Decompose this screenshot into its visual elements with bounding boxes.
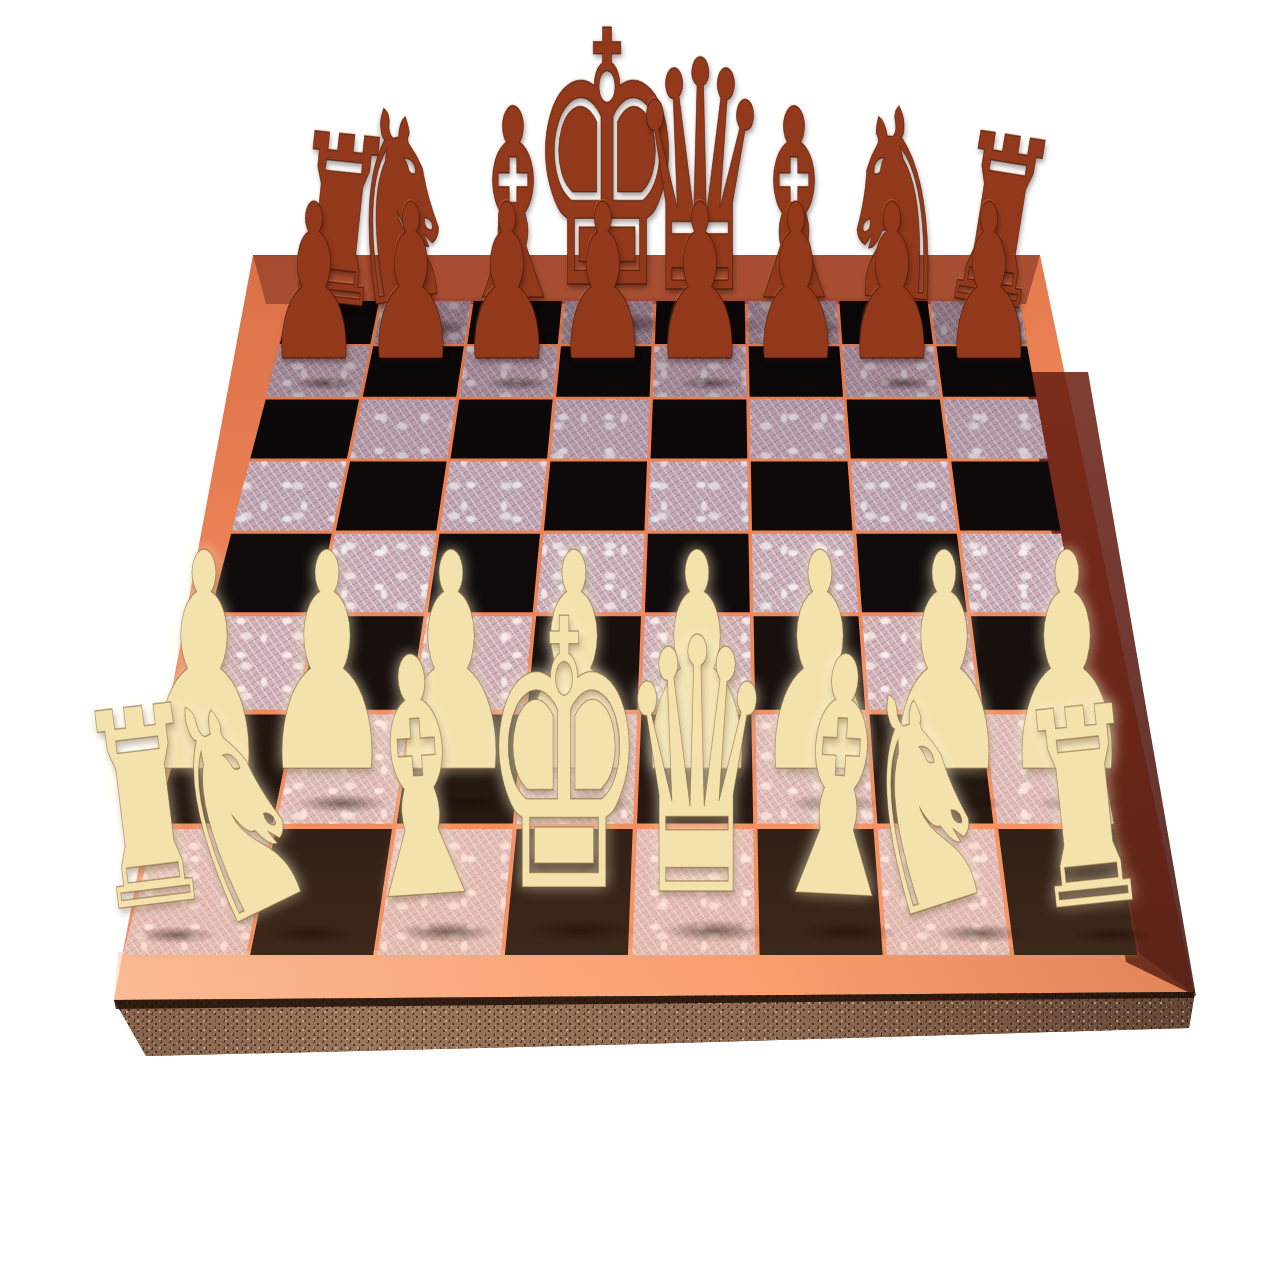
piece-dark-pawn-c7[interactable]: ♟ [459, 176, 555, 391]
piece-dark-pawn-g7[interactable]: ♟ [844, 176, 940, 391]
piece-dark-pawn-a7[interactable]: ♟ [266, 176, 362, 391]
piece-dark-pawn-b7[interactable]: ♟ [362, 176, 458, 391]
piece-dark-pawn-f7[interactable]: ♟ [748, 176, 844, 391]
piece-white-bishop-c1[interactable]: ♝ [333, 611, 504, 951]
piece-white-queen-e1[interactable]: ♛ [618, 593, 776, 945]
piece-dark-pawn-h7[interactable]: ♟ [941, 176, 1037, 391]
chessboard-photo: ♜♞♝♚♛♝♞♜♟♟♟♟♟♟♟♟♟♟♟♟♟♟♟♟♜♞♝♚♛♝♞♜ [0, 0, 1280, 1280]
piece-dark-pawn-d7[interactable]: ♟ [555, 176, 651, 391]
piece-dark-pawn-e7[interactable]: ♟ [651, 176, 747, 391]
